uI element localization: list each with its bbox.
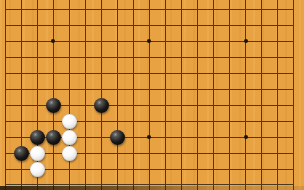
black-stone bbox=[46, 130, 61, 145]
white-stone bbox=[30, 162, 45, 177]
white-stone bbox=[62, 114, 77, 129]
grid-vline bbox=[85, 0, 86, 190]
grid-hline bbox=[5, 73, 295, 74]
star-point bbox=[147, 39, 151, 43]
grid-vline bbox=[229, 0, 230, 190]
board-bottom-shadow bbox=[0, 186, 304, 190]
grid-vline bbox=[293, 0, 294, 190]
grid-vline bbox=[5, 0, 6, 190]
white-stone bbox=[62, 146, 77, 161]
grid-hline bbox=[5, 57, 295, 58]
star-point bbox=[244, 135, 248, 139]
grid-hline bbox=[5, 89, 295, 90]
grid-vline bbox=[69, 0, 70, 190]
wood-grain-texture bbox=[0, 0, 304, 190]
grid-vline bbox=[165, 0, 166, 190]
star-point bbox=[244, 39, 248, 43]
grid-hline bbox=[5, 121, 295, 122]
grid-vline bbox=[21, 0, 22, 190]
grid-hline bbox=[5, 184, 295, 185]
grid-vline bbox=[261, 0, 262, 190]
grid-hline bbox=[5, 169, 295, 170]
black-stone bbox=[30, 130, 45, 145]
grid-vline bbox=[133, 0, 134, 190]
grid-vline bbox=[149, 0, 150, 190]
grid-vline bbox=[181, 0, 182, 190]
grid-hline bbox=[5, 153, 295, 154]
grid-vline bbox=[245, 0, 246, 190]
grid-vline bbox=[53, 0, 54, 190]
black-stone bbox=[94, 98, 109, 113]
white-stone bbox=[30, 146, 45, 161]
grid-hline bbox=[5, 9, 295, 10]
grid-vline bbox=[213, 0, 214, 190]
black-stone bbox=[110, 130, 125, 145]
black-stone bbox=[14, 146, 29, 161]
video-frame bbox=[0, 0, 304, 190]
black-stone bbox=[46, 98, 61, 113]
star-point bbox=[147, 135, 151, 139]
grid-vline bbox=[277, 0, 278, 190]
grid-vline bbox=[117, 0, 118, 190]
white-stone bbox=[62, 130, 77, 145]
grid-hline bbox=[5, 25, 295, 26]
grid-vline bbox=[197, 0, 198, 190]
go-board bbox=[0, 0, 304, 190]
grid-vline bbox=[101, 0, 102, 190]
star-point bbox=[51, 39, 55, 43]
